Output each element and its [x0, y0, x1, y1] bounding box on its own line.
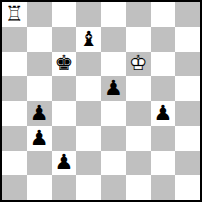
square-f6[interactable]: ♚♔: [126, 52, 151, 77]
square-d5[interactable]: [76, 76, 101, 101]
square-g2[interactable]: [151, 151, 176, 176]
square-a2[interactable]: [2, 151, 27, 176]
white-rook-outline: ♖: [2, 2, 27, 27]
black-pawn: ♟: [52, 151, 77, 176]
black-pawn-glyph: ♟: [151, 101, 176, 126]
black-pawn: ♟: [101, 76, 126, 101]
black-pawn-glyph: ♟: [27, 101, 52, 126]
square-b4[interactable]: ♟: [27, 101, 52, 126]
square-h5[interactable]: [175, 76, 200, 101]
black-bishop: ♝: [76, 27, 101, 52]
square-f7[interactable]: [126, 27, 151, 52]
square-g5[interactable]: [151, 76, 176, 101]
square-b7[interactable]: [27, 27, 52, 52]
black-king: ♚: [52, 52, 77, 77]
square-a4[interactable]: [2, 101, 27, 126]
square-e7[interactable]: [101, 27, 126, 52]
square-b8[interactable]: [27, 2, 52, 27]
white-king-outline: ♔: [126, 52, 151, 77]
square-e6[interactable]: [101, 52, 126, 77]
black-pawn-glyph: ♟: [52, 151, 77, 176]
square-c6[interactable]: ♚: [52, 52, 77, 77]
black-pawn-glyph: ♟: [27, 126, 52, 151]
square-c5[interactable]: [52, 76, 77, 101]
square-d2[interactable]: [76, 151, 101, 176]
square-f2[interactable]: [126, 151, 151, 176]
square-h4[interactable]: [175, 101, 200, 126]
square-a7[interactable]: [2, 27, 27, 52]
black-pawn: ♟: [27, 101, 52, 126]
square-f1[interactable]: [126, 175, 151, 200]
square-a1[interactable]: [2, 175, 27, 200]
square-b6[interactable]: [27, 52, 52, 77]
square-d3[interactable]: [76, 126, 101, 151]
square-e2[interactable]: [101, 151, 126, 176]
square-c4[interactable]: [52, 101, 77, 126]
square-b2[interactable]: [27, 151, 52, 176]
black-king-glyph: ♚: [52, 52, 77, 77]
square-b3[interactable]: ♟: [27, 126, 52, 151]
square-e4[interactable]: [101, 101, 126, 126]
square-b5[interactable]: [27, 76, 52, 101]
square-a5[interactable]: [2, 76, 27, 101]
square-e3[interactable]: [101, 126, 126, 151]
square-d6[interactable]: [76, 52, 101, 77]
square-h6[interactable]: [175, 52, 200, 77]
square-h8[interactable]: [175, 2, 200, 27]
square-d4[interactable]: [76, 101, 101, 126]
square-h3[interactable]: [175, 126, 200, 151]
square-b1[interactable]: [27, 175, 52, 200]
square-g3[interactable]: [151, 126, 176, 151]
square-g4[interactable]: ♟: [151, 101, 176, 126]
white-king: ♚♔: [126, 52, 151, 77]
square-c7[interactable]: [52, 27, 77, 52]
square-g7[interactable]: [151, 27, 176, 52]
square-h2[interactable]: [175, 151, 200, 176]
square-a8[interactable]: ♜♖: [2, 2, 27, 27]
square-a3[interactable]: [2, 126, 27, 151]
square-e8[interactable]: [101, 2, 126, 27]
square-g1[interactable]: [151, 175, 176, 200]
black-bishop-glyph: ♝: [76, 27, 101, 52]
black-pawn-glyph: ♟: [101, 76, 126, 101]
square-d7[interactable]: ♝: [76, 27, 101, 52]
square-c1[interactable]: [52, 175, 77, 200]
square-f4[interactable]: [126, 101, 151, 126]
square-d8[interactable]: [76, 2, 101, 27]
square-g6[interactable]: [151, 52, 176, 77]
black-pawn: ♟: [27, 126, 52, 151]
square-g8[interactable]: [151, 2, 176, 27]
square-h7[interactable]: [175, 27, 200, 52]
chess-board: ♜♖♝♚♚♔♟♟♟♟♟: [0, 0, 202, 202]
square-f8[interactable]: [126, 2, 151, 27]
square-c8[interactable]: [52, 2, 77, 27]
square-h1[interactable]: [175, 175, 200, 200]
square-e1[interactable]: [101, 175, 126, 200]
square-f3[interactable]: [126, 126, 151, 151]
square-e5[interactable]: ♟: [101, 76, 126, 101]
square-d1[interactable]: [76, 175, 101, 200]
square-f5[interactable]: [126, 76, 151, 101]
black-pawn: ♟: [151, 101, 176, 126]
white-rook: ♜♖: [2, 2, 27, 27]
square-a6[interactable]: [2, 52, 27, 77]
square-c2[interactable]: ♟: [52, 151, 77, 176]
square-c3[interactable]: [52, 126, 77, 151]
